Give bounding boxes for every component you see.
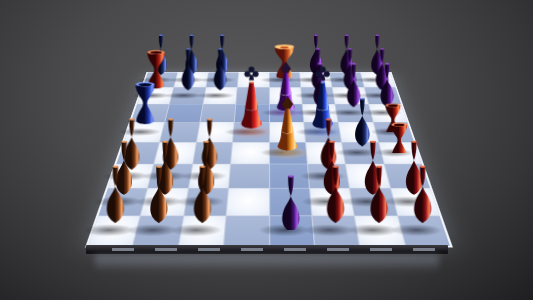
game-scene	[0, 0, 533, 300]
piece-purple-vase-e1[interactable]	[274, 175, 308, 231]
piece-navy-vase-c7[interactable]	[208, 48, 233, 96]
board-wrap	[124, 0, 414, 287]
square-b1[interactable]	[134, 216, 183, 246]
square-d3[interactable]	[229, 164, 268, 188]
square-d5[interactable]	[233, 122, 268, 141]
square-e1[interactable]	[270, 216, 314, 246]
square-d1[interactable]	[224, 216, 268, 246]
chess-board[interactable]	[88, 73, 450, 246]
square-a1[interactable]	[88, 216, 140, 246]
square-c1[interactable]	[179, 216, 226, 246]
square-b7[interactable]	[170, 88, 205, 104]
square-f1[interactable]	[312, 216, 359, 246]
square-c7[interactable]	[203, 88, 237, 104]
piece-red-vase-f1[interactable]	[318, 165, 352, 230]
square-g1[interactable]	[355, 216, 404, 246]
piece-copper-vase-b1[interactable]	[142, 165, 176, 230]
piece-copper-vase-a1[interactable]	[98, 165, 132, 230]
piece-red-vase-h1[interactable]	[406, 165, 440, 230]
piece-orange-cone-cap-e4[interactable]	[273, 95, 302, 152]
piece-navy-vase-b7[interactable]	[176, 48, 201, 96]
square-h1[interactable]	[398, 216, 450, 246]
board-front-edge	[86, 245, 448, 254]
square-d4[interactable]	[231, 142, 268, 163]
square-e4[interactable]	[270, 142, 307, 163]
piece-copper-vase-c1[interactable]	[186, 165, 220, 230]
piece-red-vase-g1[interactable]	[362, 165, 396, 230]
board-reflection	[95, 255, 439, 275]
piece-red-cone-club-d5[interactable]	[237, 65, 266, 131]
square-d2[interactable]	[227, 189, 269, 215]
board-edge-segments	[96, 248, 438, 251]
